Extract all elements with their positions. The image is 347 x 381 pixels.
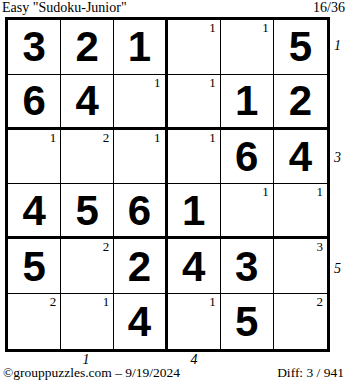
- corner-mark: 1: [209, 294, 216, 309]
- cell-r3c2[interactable]: 2: [61, 130, 114, 185]
- cell-value: 1: [128, 25, 151, 68]
- cell-r4c1[interactable]: 4: [8, 184, 61, 239]
- cell-r4c3[interactable]: 6: [114, 184, 167, 239]
- corner-mark: 2: [317, 294, 324, 309]
- copyright-text: ©grouppuzzles.com – 9/19/2024: [3, 365, 180, 380]
- corner-mark: 1: [154, 75, 161, 90]
- cell-r6c5[interactable]: 5: [221, 294, 274, 349]
- row-marker-1: 1: [334, 38, 347, 54]
- difficulty-text: Diff: 3 / 941: [277, 365, 344, 380]
- cell-value: 4: [289, 135, 312, 178]
- cell-r2c1[interactable]: 6: [8, 75, 61, 130]
- corner-mark: 2: [103, 130, 110, 145]
- cell-value: 4: [22, 189, 45, 232]
- cell-r3c4[interactable]: 1: [168, 130, 221, 185]
- progress-counter: 16/36: [313, 0, 345, 15]
- cell-value: 6: [22, 79, 45, 122]
- cell-value: 3: [235, 245, 258, 288]
- cell-r6c1[interactable]: 2: [8, 294, 61, 349]
- cell-r3c1[interactable]: 1: [8, 130, 61, 185]
- cell-value: 5: [289, 25, 312, 68]
- cell-value: 2: [289, 79, 312, 122]
- cell-r1c5[interactable]: 1: [221, 20, 274, 75]
- cell-value: 5: [76, 189, 99, 232]
- cell-r5c1[interactable]: 5: [8, 239, 61, 294]
- cell-value: 6: [235, 135, 258, 178]
- cell-r2c4[interactable]: 1: [168, 75, 221, 130]
- row-marker-3: 3: [334, 150, 347, 166]
- cell-value: 4: [76, 79, 99, 122]
- cell-value: 2: [128, 245, 151, 288]
- corner-mark: 1: [209, 20, 216, 35]
- row-marker-5: 5: [334, 261, 347, 277]
- cell-r2c3[interactable]: 1: [114, 75, 167, 130]
- cell-r6c4[interactable]: 1: [168, 294, 221, 349]
- cell-r3c6[interactable]: 4: [274, 130, 327, 185]
- cell-r2c2[interactable]: 4: [61, 75, 114, 130]
- cell-r5c5[interactable]: 3: [221, 239, 274, 294]
- cell-r2c5[interactable]: 1: [221, 75, 274, 130]
- puzzle-title: Easy "Sudoku-Junior": [2, 0, 127, 15]
- cell-r1c4[interactable]: 1: [168, 20, 221, 75]
- cell-r6c2[interactable]: 1: [61, 294, 114, 349]
- cell-r1c6[interactable]: 5: [274, 20, 327, 75]
- cell-r3c5[interactable]: 6: [221, 130, 274, 185]
- cell-value: 5: [22, 245, 45, 288]
- corner-mark: 1: [103, 294, 110, 309]
- cell-r1c2[interactable]: 2: [61, 20, 114, 75]
- cell-r4c4[interactable]: 1: [168, 184, 221, 239]
- cell-r2c6[interactable]: 2: [274, 75, 327, 130]
- footer: ©grouppuzzles.com – 9/19/2024 Diff: 3 / …: [3, 365, 344, 380]
- cell-value: 6: [128, 189, 151, 232]
- corner-mark: 1: [50, 130, 57, 145]
- corner-mark: 3: [317, 239, 324, 254]
- cell-r6c3[interactable]: 4: [114, 294, 167, 349]
- corner-mark: 1: [154, 130, 161, 145]
- cell-value: 1: [182, 189, 205, 232]
- header: Easy "Sudoku-Junior" 16/36: [2, 0, 345, 15]
- cell-value: 1: [235, 79, 258, 122]
- cell-r6c6[interactable]: 2: [274, 294, 327, 349]
- cell-r3c3[interactable]: 1: [114, 130, 167, 185]
- cell-r5c6[interactable]: 3: [274, 239, 327, 294]
- corner-mark: 1: [262, 184, 269, 199]
- cell-r4c6[interactable]: 1: [274, 184, 327, 239]
- corner-mark: 1: [317, 184, 324, 199]
- sudoku-grid: 321115641112121164456111522433214152: [5, 17, 330, 352]
- cell-r5c3[interactable]: 2: [114, 239, 167, 294]
- cell-r4c2[interactable]: 5: [61, 184, 114, 239]
- cell-value: 4: [128, 300, 151, 343]
- cell-r1c3[interactable]: 1: [114, 20, 167, 75]
- cell-r4c5[interactable]: 1: [221, 184, 274, 239]
- cell-r1c1[interactable]: 3: [8, 20, 61, 75]
- cell-r5c2[interactable]: 2: [61, 239, 114, 294]
- cell-value: 2: [76, 25, 99, 68]
- puzzle-page: Easy "Sudoku-Junior" 16/36 3211156411121…: [0, 0, 347, 381]
- cell-value: 5: [235, 300, 258, 343]
- cell-value: 4: [182, 245, 205, 288]
- corner-mark: 1: [262, 20, 269, 35]
- corner-mark: 2: [103, 239, 110, 254]
- corner-mark: 2: [50, 294, 57, 309]
- corner-mark: 1: [209, 75, 216, 90]
- cell-r5c4[interactable]: 4: [168, 239, 221, 294]
- cell-value: 3: [22, 25, 45, 68]
- corner-mark: 1: [209, 130, 216, 145]
